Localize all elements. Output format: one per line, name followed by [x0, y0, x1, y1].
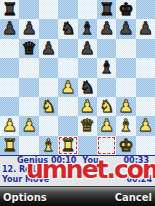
square-e1[interactable] — [78, 136, 97, 155]
square-a7[interactable]: ♟ — [0, 19, 19, 38]
square-f4[interactable] — [97, 78, 116, 97]
prompt-row: Your Move 00:24 — [0, 174, 155, 186]
engine-label: Genius — [17, 156, 48, 165]
square-h1[interactable] — [136, 136, 155, 155]
square-g1[interactable]: ♚ — [116, 136, 135, 155]
black-queen: ♛ — [19, 39, 38, 58]
square-a3[interactable] — [0, 97, 19, 116]
white-queen: ♛ — [78, 116, 97, 135]
square-e7[interactable]: ♝ — [78, 19, 97, 38]
square-d8[interactable] — [58, 0, 77, 19]
status-panel: Genius 00:10 You 00:33 12. Rd1 Your Move… — [0, 155, 155, 186]
square-d6[interactable] — [58, 39, 77, 58]
softkey-bar: Options Cancel — [0, 186, 155, 206]
square-f6[interactable] — [97, 39, 116, 58]
move-prompt: Your Move — [2, 174, 49, 186]
black-pawn: ♟ — [97, 19, 116, 38]
square-c8[interactable] — [39, 0, 58, 19]
clock-row: Genius 00:10 You 00:33 — [0, 156, 155, 165]
square-b6[interactable]: ♛ — [19, 39, 38, 58]
white-bishop: ♝ — [39, 136, 58, 155]
cancel-softkey[interactable]: Cancel — [115, 192, 152, 203]
black-rook: ♜ — [97, 0, 116, 19]
square-c6[interactable]: ♟ — [39, 39, 58, 58]
square-d7[interactable]: ♞ — [58, 19, 77, 38]
square-b4[interactable] — [19, 78, 38, 97]
black-pawn: ♟ — [0, 19, 19, 38]
square-f2[interactable]: ♟ — [97, 116, 116, 135]
square-a5[interactable] — [0, 58, 19, 77]
square-f5[interactable]: ♝ — [97, 58, 116, 77]
square-a4[interactable] — [0, 78, 19, 97]
move-timer: 00:24 — [127, 174, 152, 186]
square-f3[interactable]: ♞ — [97, 97, 116, 116]
black-bishop: ♝ — [78, 19, 97, 38]
square-e3[interactable]: ♟ — [78, 97, 97, 116]
square-g7[interactable]: ♟ — [116, 19, 135, 38]
square-c4[interactable] — [39, 78, 58, 97]
square-b3[interactable] — [19, 97, 38, 116]
chess-board: ♜♜♚♟♟♞♝♟♟♟♛♟♟♝♟♞♞♟♞♟♟♟♛♟♝♟♜♝♜♚ — [0, 0, 155, 155]
black-king: ♚ — [116, 0, 135, 19]
black-pawn: ♟ — [116, 19, 135, 38]
square-g4[interactable] — [116, 78, 135, 97]
square-g3[interactable]: ♟ — [116, 97, 135, 116]
black-pawn: ♟ — [136, 19, 155, 38]
square-f1[interactable] — [97, 136, 116, 155]
square-h8[interactable] — [136, 0, 155, 19]
player-clock: 00:33 — [124, 156, 149, 165]
square-d5[interactable] — [58, 58, 77, 77]
square-c2[interactable] — [39, 116, 58, 135]
square-g6[interactable] — [116, 39, 135, 58]
white-rook: ♜ — [58, 136, 77, 155]
white-knight: ♞ — [97, 97, 116, 116]
white-pawn: ♟ — [78, 97, 97, 116]
square-h5[interactable] — [136, 58, 155, 77]
square-h3[interactable] — [136, 97, 155, 116]
square-h4[interactable] — [136, 78, 155, 97]
white-pawn: ♟ — [19, 116, 38, 135]
player-label: You — [82, 156, 98, 165]
white-rook: ♜ — [0, 136, 19, 155]
square-e6[interactable]: ♟ — [78, 39, 97, 58]
square-b1[interactable] — [19, 136, 38, 155]
square-d2[interactable] — [58, 116, 77, 135]
square-g2[interactable]: ♝ — [116, 116, 135, 135]
square-g8[interactable]: ♚ — [116, 0, 135, 19]
square-g5[interactable] — [116, 58, 135, 77]
white-pawn: ♟ — [97, 116, 116, 135]
white-pawn: ♟ — [136, 116, 155, 135]
square-b8[interactable] — [19, 0, 38, 19]
phone-screen: ♜♜♚♟♟♞♝♟♟♟♛♟♟♝♟♞♞♟♞♟♟♟♛♟♝♟♜♝♜♚ Genius 00… — [0, 0, 155, 206]
square-a6[interactable] — [0, 39, 19, 58]
square-d1[interactable]: ♜ — [58, 136, 77, 155]
black-pawn: ♟ — [19, 19, 38, 38]
white-knight: ♞ — [39, 97, 58, 116]
square-f7[interactable]: ♟ — [97, 19, 116, 38]
white-pawn: ♟ — [58, 78, 77, 97]
square-b2[interactable]: ♟ — [19, 116, 38, 135]
options-softkey[interactable]: Options — [3, 192, 47, 203]
black-knight: ♞ — [58, 19, 77, 38]
white-bishop: ♝ — [116, 116, 135, 135]
square-e5[interactable] — [78, 58, 97, 77]
black-knight: ♞ — [78, 78, 97, 97]
square-e2[interactable]: ♛ — [78, 116, 97, 135]
last-move-row: 12. Rd1 — [0, 165, 155, 174]
square-e8[interactable] — [78, 0, 97, 19]
black-pawn: ♟ — [39, 39, 58, 58]
white-king: ♚ — [116, 136, 135, 155]
black-rook: ♜ — [0, 0, 19, 19]
square-b5[interactable] — [19, 58, 38, 77]
white-pawn: ♟ — [0, 116, 19, 135]
square-c1[interactable]: ♝ — [39, 136, 58, 155]
square-d3[interactable] — [58, 97, 77, 116]
square-e4[interactable]: ♞ — [78, 78, 97, 97]
square-c5[interactable] — [39, 58, 58, 77]
square-a2[interactable]: ♟ — [0, 116, 19, 135]
square-c3[interactable]: ♞ — [39, 97, 58, 116]
square-f8[interactable]: ♜ — [97, 0, 116, 19]
last-move-text: 12. Rd1 — [2, 165, 36, 174]
square-b7[interactable]: ♟ — [19, 19, 38, 38]
square-h6[interactable] — [136, 39, 155, 58]
white-pawn: ♟ — [116, 97, 135, 116]
square-c7[interactable] — [39, 19, 58, 38]
square-a1[interactable]: ♜ — [0, 136, 19, 155]
square-a8[interactable]: ♜ — [0, 0, 19, 19]
engine-clock: 00:10 — [51, 156, 76, 165]
square-h2[interactable]: ♟ — [136, 116, 155, 135]
square-h7[interactable]: ♟ — [136, 19, 155, 38]
square-d4[interactable]: ♟ — [58, 78, 77, 97]
black-pawn: ♟ — [78, 39, 97, 58]
black-bishop: ♝ — [97, 58, 116, 77]
